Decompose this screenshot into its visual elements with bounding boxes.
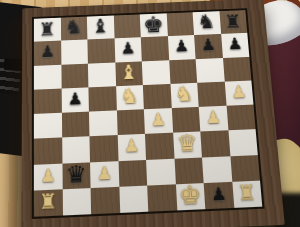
square-b1[interactable]: [62, 188, 91, 216]
square-h7[interactable]: ♟: [221, 33, 250, 58]
square-e2[interactable]: [146, 158, 175, 185]
piece-black-pawn-g1: ♟: [210, 185, 227, 203]
piece-black-pawn-g7: ♟: [200, 37, 216, 53]
piece-white-pawn-e4: ♟: [150, 111, 166, 128]
square-a6[interactable]: [34, 64, 61, 89]
square-g7[interactable]: ♟: [194, 34, 222, 59]
square-a8[interactable]: ♜: [34, 18, 61, 42]
square-c2[interactable]: ♟: [90, 161, 119, 188]
square-g2[interactable]: [202, 156, 232, 183]
chess-play-area: ♜♞♝♚♞♜♟♟♟♟♟♝♟♞♞♟♟♟♟♛♟♛♟♜♚♟♜: [32, 8, 265, 219]
square-b7[interactable]: [61, 40, 88, 65]
chess-grid: ♜♞♝♚♞♜♟♟♟♟♟♝♟♞♞♟♟♟♟♛♟♛♟♜♚♟♜: [34, 10, 262, 217]
square-d8[interactable]: [113, 14, 140, 38]
square-d4[interactable]: [116, 109, 145, 135]
square-d7[interactable]: ♟: [114, 37, 142, 62]
square-d6[interactable]: ♝: [115, 61, 143, 86]
piece-white-bishop-d6: ♝: [119, 62, 138, 83]
chess-board-frame: ♜♞♝♚♞♜♟♟♟♟♟♝♟♞♞♟♟♟♟♛♟♛♟♜♚♟♜: [21, 0, 284, 227]
square-f8[interactable]: [166, 12, 194, 36]
piece-white-pawn-d3: ♟: [124, 137, 140, 155]
piece-white-king-f1: ♚: [178, 183, 202, 209]
piece-white-rook-a1: ♜: [39, 191, 58, 213]
square-g8[interactable]: ♞: [193, 11, 221, 35]
piece-white-pawn-h5: ♟: [231, 84, 247, 101]
square-c4[interactable]: [89, 110, 117, 136]
square-c3[interactable]: [89, 135, 118, 162]
piece-black-rook-a8: ♜: [39, 19, 56, 38]
square-a3[interactable]: [34, 138, 62, 165]
square-b2[interactable]: ♛: [62, 162, 91, 189]
square-b5[interactable]: ♟: [61, 87, 89, 113]
square-a2[interactable]: ♟: [34, 163, 62, 190]
square-f5[interactable]: ♞: [170, 83, 199, 109]
square-c1[interactable]: [91, 187, 120, 215]
piece-white-pawn-a2: ♟: [40, 167, 56, 185]
piece-black-pawn-b5: ♟: [67, 90, 82, 107]
piece-white-pawn-c2: ♟: [96, 164, 112, 182]
piece-white-queen-f3: ♛: [176, 132, 198, 156]
square-d2[interactable]: [118, 159, 147, 186]
square-g4[interactable]: ♟: [199, 106, 228, 132]
square-e7[interactable]: [141, 36, 169, 61]
piece-black-knight-g8: ♞: [197, 12, 216, 32]
square-f7[interactable]: ♟: [167, 35, 195, 60]
piece-white-knight-f5: ♞: [174, 84, 194, 105]
square-e1[interactable]: [147, 184, 177, 212]
square-d3[interactable]: ♟: [117, 134, 146, 161]
square-e6[interactable]: [142, 60, 170, 85]
square-c6[interactable]: [88, 62, 116, 87]
piece-white-knight-d5: ♞: [120, 86, 139, 107]
square-g6[interactable]: [196, 58, 225, 83]
square-e4[interactable]: ♟: [144, 108, 173, 134]
piece-black-pawn-f7: ♟: [174, 38, 190, 54]
square-h8[interactable]: ♜: [219, 10, 247, 34]
square-a5[interactable]: [34, 88, 62, 114]
piece-white-rook-h1: ♜: [237, 182, 257, 204]
square-b4[interactable]: [61, 112, 89, 138]
piece-black-knight-b8: ♞: [65, 18, 84, 38]
square-h2[interactable]: [230, 155, 260, 182]
piece-black-pawn-h7: ♟: [227, 36, 243, 52]
square-d5[interactable]: ♞: [116, 85, 144, 111]
square-c5[interactable]: [88, 86, 116, 112]
square-c8[interactable]: ♝: [87, 16, 114, 40]
piece-black-queen-b2: ♛: [65, 162, 87, 187]
square-h5[interactable]: ♟: [224, 80, 253, 105]
square-b6[interactable]: [61, 63, 88, 88]
square-e5[interactable]: [143, 84, 171, 110]
square-a1[interactable]: ♜: [34, 189, 63, 217]
square-g5[interactable]: [197, 81, 226, 106]
square-e3[interactable]: [145, 133, 174, 160]
chess-board-photo: ♜♞♝♚♞♜♟♟♟♟♟♝♟♞♞♟♟♟♟♛♟♛♟♜♚♟♜: [0, 0, 300, 227]
square-h1[interactable]: ♜: [232, 180, 262, 208]
piece-black-king-e8: ♚: [143, 13, 165, 36]
square-g3[interactable]: [200, 131, 230, 157]
piece-black-pawn-d7: ♟: [120, 41, 135, 57]
square-a7[interactable]: ♟: [34, 41, 61, 66]
square-h6[interactable]: [222, 56, 251, 81]
square-b8[interactable]: ♞: [60, 17, 87, 41]
square-h3[interactable]: [228, 129, 258, 155]
square-h4[interactable]: [226, 105, 255, 131]
square-f1[interactable]: ♚: [175, 183, 205, 211]
square-g1[interactable]: ♟: [204, 182, 234, 210]
piece-black-pawn-a7: ♟: [40, 44, 55, 60]
square-b3[interactable]: [62, 136, 90, 163]
square-f3[interactable]: ♛: [173, 132, 202, 159]
square-e8[interactable]: ♚: [140, 13, 168, 37]
piece-white-pawn-g4: ♟: [205, 109, 221, 126]
square-f6[interactable]: [169, 59, 197, 84]
square-a4[interactable]: [34, 113, 62, 139]
square-d1[interactable]: [119, 185, 148, 213]
piece-black-bishop-c8: ♝: [91, 17, 110, 37]
square-c7[interactable]: [87, 39, 114, 64]
piece-black-rook-h8: ♜: [224, 12, 243, 31]
